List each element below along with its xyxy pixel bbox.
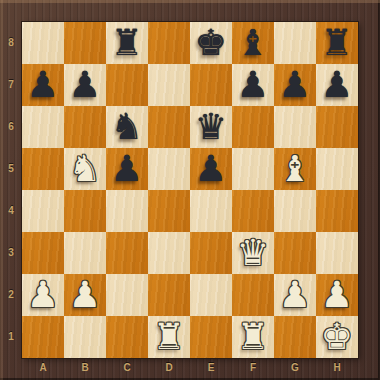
square-h1[interactable]: ♚: [316, 316, 358, 358]
square-d4[interactable]: [148, 190, 190, 232]
square-e1[interactable]: [190, 316, 232, 358]
square-c2[interactable]: [106, 274, 148, 316]
black-pawn[interactable]: ♟: [22, 64, 64, 106]
square-e8[interactable]: ♚: [190, 22, 232, 64]
square-f5[interactable]: [232, 148, 274, 190]
square-d7[interactable]: [148, 64, 190, 106]
square-b6[interactable]: [64, 106, 106, 148]
white-queen[interactable]: ♛: [232, 232, 274, 274]
square-g6[interactable]: [274, 106, 316, 148]
square-f1[interactable]: ♜: [232, 316, 274, 358]
square-h3[interactable]: [316, 232, 358, 274]
square-d6[interactable]: [148, 106, 190, 148]
square-g7[interactable]: ♟: [274, 64, 316, 106]
square-h5[interactable]: [316, 148, 358, 190]
square-e2[interactable]: [190, 274, 232, 316]
rank-label-2: 2: [0, 274, 22, 316]
square-h8[interactable]: ♜: [316, 22, 358, 64]
white-bishop[interactable]: ♝: [274, 148, 316, 190]
black-queen[interactable]: ♛: [190, 106, 232, 148]
square-f8[interactable]: ♝: [232, 22, 274, 64]
square-f2[interactable]: [232, 274, 274, 316]
square-e3[interactable]: [190, 232, 232, 274]
square-h6[interactable]: [316, 106, 358, 148]
black-pawn[interactable]: ♟: [106, 148, 148, 190]
white-pawn[interactable]: ♟: [22, 274, 64, 316]
square-e7[interactable]: [190, 64, 232, 106]
black-king[interactable]: ♚: [190, 22, 232, 64]
black-pawn[interactable]: ♟: [274, 64, 316, 106]
square-d1[interactable]: ♜: [148, 316, 190, 358]
square-g8[interactable]: [274, 22, 316, 64]
chess-board: ♜♚♝♜♟♟♟♟♟♞♛♞♟♟♝♛♟♟♟♟♜♜♚: [22, 22, 358, 358]
file-label-b: B: [64, 358, 106, 380]
square-c8[interactable]: ♜: [106, 22, 148, 64]
black-pawn[interactable]: ♟: [316, 64, 358, 106]
rank-label-4: 4: [0, 190, 22, 232]
white-king[interactable]: ♚: [316, 316, 358, 358]
white-knight[interactable]: ♞: [64, 148, 106, 190]
rank-label-7: 7: [0, 64, 22, 106]
square-c4[interactable]: [106, 190, 148, 232]
file-label-g: G: [274, 358, 316, 380]
rank-label-3: 3: [0, 232, 22, 274]
square-e4[interactable]: [190, 190, 232, 232]
black-rook[interactable]: ♜: [316, 22, 358, 64]
black-pawn[interactable]: ♟: [64, 64, 106, 106]
square-g1[interactable]: [274, 316, 316, 358]
rank-label-8: 8: [0, 22, 22, 64]
square-b7[interactable]: ♟: [64, 64, 106, 106]
square-c6[interactable]: ♞: [106, 106, 148, 148]
square-b4[interactable]: [64, 190, 106, 232]
square-a8[interactable]: [22, 22, 64, 64]
square-d5[interactable]: [148, 148, 190, 190]
file-label-h: H: [316, 358, 358, 380]
square-h2[interactable]: ♟: [316, 274, 358, 316]
square-c5[interactable]: ♟: [106, 148, 148, 190]
square-a3[interactable]: [22, 232, 64, 274]
square-b1[interactable]: [64, 316, 106, 358]
square-d8[interactable]: [148, 22, 190, 64]
square-f3[interactable]: ♛: [232, 232, 274, 274]
white-pawn[interactable]: ♟: [316, 274, 358, 316]
square-a2[interactable]: ♟: [22, 274, 64, 316]
square-g3[interactable]: [274, 232, 316, 274]
black-pawn[interactable]: ♟: [190, 148, 232, 190]
square-c3[interactable]: [106, 232, 148, 274]
rank-coordinates: 87654321: [0, 22, 22, 358]
square-g2[interactable]: ♟: [274, 274, 316, 316]
square-a4[interactable]: [22, 190, 64, 232]
black-rook[interactable]: ♜: [106, 22, 148, 64]
file-label-c: C: [106, 358, 148, 380]
square-g4[interactable]: [274, 190, 316, 232]
square-c7[interactable]: [106, 64, 148, 106]
square-h4[interactable]: [316, 190, 358, 232]
white-rook[interactable]: ♜: [148, 316, 190, 358]
square-e5[interactable]: ♟: [190, 148, 232, 190]
square-f6[interactable]: [232, 106, 274, 148]
square-b8[interactable]: [64, 22, 106, 64]
square-c1[interactable]: [106, 316, 148, 358]
square-b3[interactable]: [64, 232, 106, 274]
rank-label-1: 1: [0, 316, 22, 358]
square-f7[interactable]: ♟: [232, 64, 274, 106]
square-a1[interactable]: [22, 316, 64, 358]
white-pawn[interactable]: ♟: [64, 274, 106, 316]
square-h7[interactable]: ♟: [316, 64, 358, 106]
black-bishop[interactable]: ♝: [232, 22, 274, 64]
file-label-a: A: [22, 358, 64, 380]
file-label-e: E: [190, 358, 232, 380]
rank-label-5: 5: [0, 148, 22, 190]
square-e6[interactable]: ♛: [190, 106, 232, 148]
square-d3[interactable]: [148, 232, 190, 274]
white-rook[interactable]: ♜: [232, 316, 274, 358]
square-f4[interactable]: [232, 190, 274, 232]
file-coordinates: ABCDEFGH: [22, 358, 358, 380]
file-label-f: F: [232, 358, 274, 380]
square-a6[interactable]: [22, 106, 64, 148]
square-d2[interactable]: [148, 274, 190, 316]
square-a5[interactable]: [22, 148, 64, 190]
black-pawn[interactable]: ♟: [232, 64, 274, 106]
rank-label-6: 6: [0, 106, 22, 148]
square-a7[interactable]: ♟: [22, 64, 64, 106]
black-knight[interactable]: ♞: [106, 106, 148, 148]
file-label-d: D: [148, 358, 190, 380]
white-pawn[interactable]: ♟: [274, 274, 316, 316]
square-b2[interactable]: ♟: [64, 274, 106, 316]
square-g5[interactable]: ♝: [274, 148, 316, 190]
square-b5[interactable]: ♞: [64, 148, 106, 190]
